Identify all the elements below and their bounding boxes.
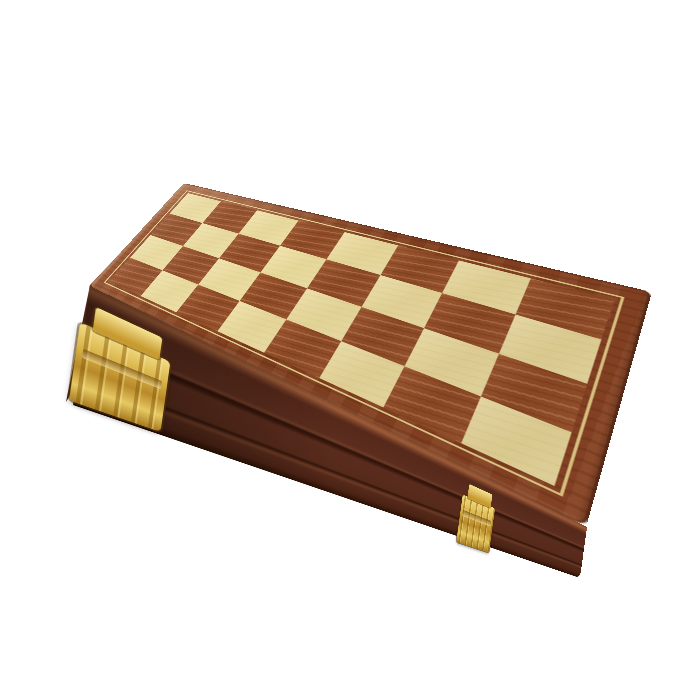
product-photo-scene [0,0,700,700]
brass-clasp-right [456,495,495,553]
brass-clasp-left [69,322,170,432]
